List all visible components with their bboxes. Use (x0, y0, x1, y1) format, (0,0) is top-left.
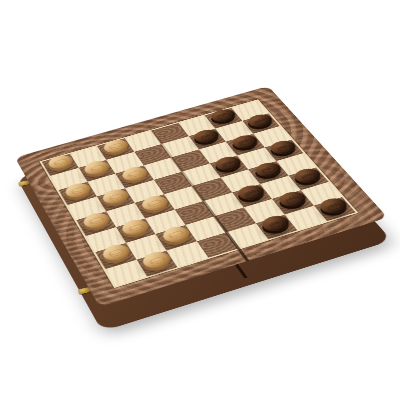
square-r8c6[interactable]: ⛂ (255, 214, 297, 239)
square-r7c2[interactable] (126, 234, 167, 260)
checker-dark[interactable]: ⛂ (317, 196, 352, 216)
square-r6c7[interactable] (260, 176, 301, 199)
square-r7c3[interactable]: ⛀ (155, 225, 196, 250)
square-r7c7[interactable]: ⛂ (272, 190, 313, 214)
square-r8c1[interactable] (105, 260, 146, 287)
checker-light[interactable]: ⛀ (99, 242, 132, 263)
square-r6c4[interactable] (174, 201, 214, 225)
square-r8c3[interactable] (166, 241, 208, 267)
checker-dark[interactable]: ⛂ (259, 213, 293, 233)
square-r6c2[interactable]: ⛀ (115, 218, 155, 243)
board-scene: ⛀⛀⛂⛀⛂⛂⛀⛀⛂⛀⛂⛂⛀⛀⛂⛀⛂⛂⛀⛀⛂⛀⛂⛂ (30, 24, 353, 347)
checker-dark[interactable]: ⛂ (235, 183, 268, 202)
square-r8c7[interactable] (284, 206, 326, 231)
square-r5c4[interactable] (164, 186, 203, 210)
square-r8c8[interactable]: ⛂ (313, 197, 355, 221)
square-r6c3[interactable] (145, 210, 185, 235)
checker-light[interactable]: ⛀ (140, 249, 174, 270)
square-r6c1[interactable] (86, 227, 126, 252)
square-r7c8[interactable] (300, 182, 341, 206)
square-r7c5[interactable] (214, 208, 255, 233)
checker-dark[interactable]: ⛂ (276, 189, 310, 209)
product-photo: ⛀⛀⛂⛀⛂⛂⛀⛀⛂⛀⛂⛂⛀⛀⛂⛀⛂⛂⛀⛀⛂⛀⛂⛂ (0, 0, 400, 400)
square-r8c2[interactable]: ⛀ (136, 250, 177, 276)
square-r7c6[interactable] (243, 199, 284, 223)
square-r6c6[interactable]: ⛂ (232, 184, 272, 208)
checker-light[interactable]: ⛀ (80, 211, 112, 231)
square-r7c4[interactable] (185, 216, 226, 241)
checker-light[interactable]: ⛀ (159, 224, 192, 245)
checker-light[interactable]: ⛀ (139, 194, 171, 213)
square-r5c1[interactable]: ⛀ (76, 211, 115, 235)
square-r8c4[interactable] (196, 232, 238, 258)
checker-light[interactable]: ⛀ (119, 217, 152, 237)
square-r6c5[interactable] (203, 192, 243, 216)
square-r7c1[interactable]: ⛀ (95, 243, 136, 269)
square-r8c5[interactable] (226, 223, 268, 248)
square-r5c3[interactable]: ⛀ (135, 194, 174, 218)
square-r5c2[interactable] (106, 203, 145, 227)
